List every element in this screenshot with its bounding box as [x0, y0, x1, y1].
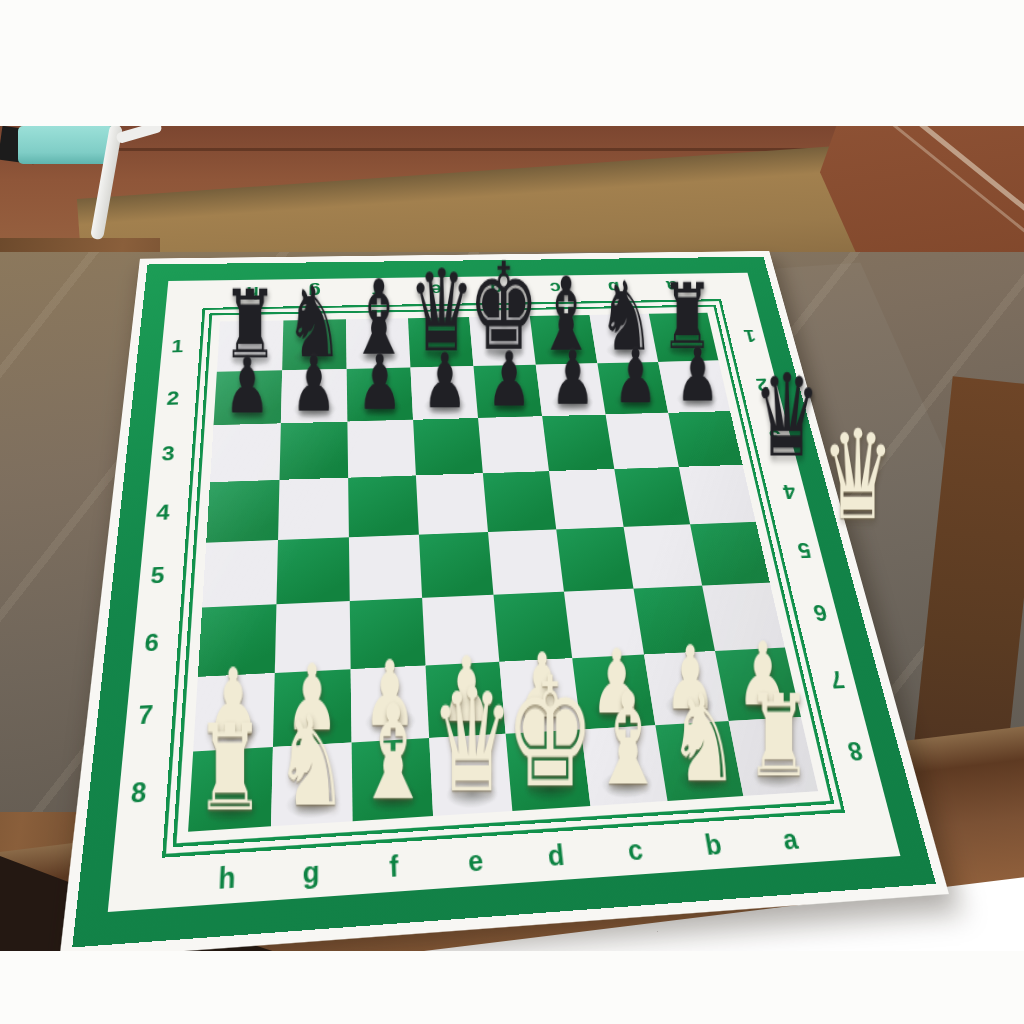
rank-label-left-1: 1: [171, 337, 185, 357]
square-b8[interactable]: ♞: [655, 721, 743, 801]
piece-black-pawn-h2[interactable]: ♟: [225, 349, 271, 423]
square-a4[interactable]: [679, 465, 756, 525]
square-f3[interactable]: [347, 420, 416, 478]
piece-black-pawn-c2[interactable]: ♟: [551, 342, 595, 414]
rank-label-right-1: 1: [742, 326, 758, 345]
board-grid: ♜♞♝♛♚♝♞♜♟♟♟♟♟♟♟♟♟♟♟♟♟♟♟♟♜♞♝♛♚♝♞♜: [188, 313, 818, 832]
square-a2[interactable]: ♟: [658, 361, 730, 413]
square-f4[interactable]: [348, 475, 419, 537]
piece-white-knight-b8[interactable]: ♞: [668, 681, 739, 795]
rank-label-right-6: 6: [811, 599, 830, 625]
square-b4[interactable]: [614, 467, 690, 527]
square-c5[interactable]: [556, 527, 633, 592]
piece-black-pawn-g2[interactable]: ♟: [292, 347, 337, 420]
rank-label-left-6: 6: [143, 629, 160, 657]
chess-board-wrapper: ♜♞♝♛♚♝♞♜♟♟♟♟♟♟♟♟♟♟♟♟♟♟♟♟♜♞♝♛♚♝♞♜ 1122334…: [87, 131, 889, 933]
square-d5[interactable]: [488, 529, 564, 594]
file-label-bottom-d: d: [546, 840, 566, 874]
square-g8[interactable]: ♞: [271, 742, 353, 826]
pinstripe-inner: ♜♞♝♛♚♝♞♜♟♟♟♟♟♟♟♟♟♟♟♟♟♟♟♟♜♞♝♛♚♝♞♜: [173, 305, 835, 848]
chess-board-tilt: ♜♞♝♛♚♝♞♜♟♟♟♟♟♟♟♟♟♟♟♟♟♟♟♟♜♞♝♛♚♝♞♜ 1122334…: [59, 251, 949, 961]
rank-label-left-7: 7: [137, 701, 154, 731]
square-d4[interactable]: [483, 471, 556, 532]
square-b3[interactable]: [606, 413, 679, 469]
square-c3[interactable]: [542, 415, 614, 472]
square-f2[interactable]: ♟: [347, 367, 413, 421]
piece-white-knight-g8[interactable]: ♞: [275, 701, 348, 820]
file-label-bottom-h: h: [217, 861, 236, 896]
square-a8[interactable]: ♜: [729, 717, 819, 796]
square-c4[interactable]: [549, 469, 624, 529]
square-h2[interactable]: ♟: [214, 370, 283, 425]
square-e5[interactable]: [419, 532, 494, 598]
rank-label-left-4: 4: [155, 501, 170, 525]
square-d2[interactable]: ♟: [473, 365, 542, 418]
square-e2[interactable]: ♟: [410, 366, 478, 420]
square-g3[interactable]: [279, 422, 348, 480]
piece-white-king-d8[interactable]: ♚: [506, 661, 595, 805]
rank-label-right-8: 8: [845, 735, 866, 765]
piece-white-queen-spare[interactable]: ♛: [821, 417, 894, 535]
square-e3[interactable]: [413, 418, 483, 475]
file-label-bottom-a: a: [780, 824, 801, 857]
rank-label-right-7: 7: [827, 665, 847, 693]
square-a5[interactable]: [690, 522, 770, 586]
file-label-bottom-f: f: [389, 851, 399, 885]
photo-scene: ♜♞♝♛♚♝♞♜♟♟♟♟♟♟♟♟♟♟♟♟♟♟♟♟♜♞♝♛♚♝♞♜ 1122334…: [0, 0, 1024, 1024]
square-e4[interactable]: [416, 473, 488, 534]
rank-label-left-3: 3: [161, 443, 176, 466]
vinyl-chess-mat: ♜♞♝♛♚♝♞♜♟♟♟♟♟♟♟♟♟♟♟♟♟♟♟♟♜♞♝♛♚♝♞♜ 1122334…: [59, 251, 949, 961]
piece-black-pawn-e2[interactable]: ♟: [423, 344, 468, 416]
letterbox-top: [0, 0, 1024, 126]
square-c2[interactable]: ♟: [536, 363, 606, 416]
square-b2[interactable]: ♟: [597, 362, 668, 415]
pinstripe-outer: ♜♞♝♛♚♝♞♜♟♟♟♟♟♟♟♟♟♟♟♟♟♟♟♟♜♞♝♛♚♝♞♜: [162, 299, 845, 858]
rank-label-left-8: 8: [130, 777, 148, 809]
piece-black-pawn-f2[interactable]: ♟: [358, 346, 403, 419]
file-label-bottom-c: c: [626, 834, 645, 867]
piece-black-pawn-a2[interactable]: ♟: [676, 339, 720, 410]
piece-black-pawn-b2[interactable]: ♟: [614, 341, 658, 412]
square-a3[interactable]: [668, 411, 742, 467]
piece-black-pawn-d2[interactable]: ♟: [487, 343, 531, 415]
square-h8[interactable]: ♜: [188, 747, 273, 832]
rank-label-left-5: 5: [150, 563, 166, 589]
piece-white-bishop-f8[interactable]: ♝: [354, 691, 431, 815]
square-g2[interactable]: ♟: [281, 369, 348, 423]
square-h4[interactable]: [206, 480, 279, 543]
piece-white-rook-a8[interactable]: ♜: [746, 683, 812, 791]
square-f8[interactable]: ♝: [352, 738, 433, 821]
square-d8[interactable]: ♚: [506, 729, 591, 811]
piece-white-queen-e8[interactable]: ♛: [430, 674, 514, 810]
rank-label-left-2: 2: [166, 388, 180, 409]
square-h3[interactable]: [210, 423, 281, 482]
piece-white-bishop-c8[interactable]: ♝: [590, 678, 665, 799]
letterbox-bottom: [0, 951, 1024, 1024]
square-b5[interactable]: [624, 524, 703, 588]
square-g4[interactable]: [278, 478, 349, 540]
piece-black-queen-spare[interactable]: ♛: [753, 363, 820, 472]
rank-label-right-4: 4: [781, 480, 798, 503]
piece-white-rook-h8[interactable]: ♜: [195, 712, 265, 825]
file-label-bottom-e: e: [467, 845, 484, 879]
teal-chair-seat: [18, 126, 114, 164]
square-h5[interactable]: [202, 540, 278, 608]
file-label-bottom-g: g: [302, 856, 319, 891]
square-f5[interactable]: [349, 535, 422, 601]
square-d3[interactable]: [478, 416, 549, 473]
file-label-bottom-b: b: [703, 829, 724, 862]
square-g5[interactable]: [276, 537, 349, 604]
square-e8[interactable]: ♛: [429, 734, 512, 816]
rank-label-right-5: 5: [795, 538, 813, 562]
